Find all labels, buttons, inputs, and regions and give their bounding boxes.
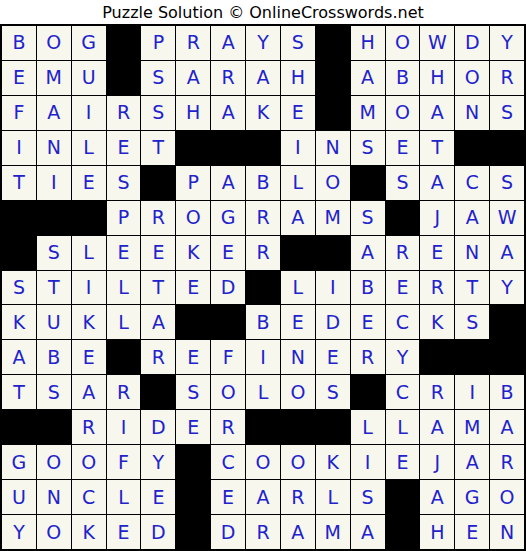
block-cell-r14c12 — [386, 480, 420, 514]
cell-letter: K — [326, 453, 338, 472]
cell-r2c11: A — [351, 61, 385, 95]
block-cell-r12c8 — [246, 410, 280, 444]
block-cell-r15c6 — [176, 515, 210, 549]
cell-letter: G — [221, 208, 236, 227]
cell-letter: P — [153, 33, 164, 52]
block-cell-r4c15 — [490, 131, 524, 165]
cell-r9c11: E — [351, 305, 385, 339]
cell-r5c15: S — [490, 166, 524, 200]
cell-letter: I — [16, 138, 22, 157]
cell-letter: O — [290, 383, 305, 402]
cell-r4c9: I — [281, 131, 315, 165]
cell-letter: S — [48, 243, 60, 262]
cell-letter: C — [221, 453, 234, 472]
cell-letter: R — [117, 103, 130, 122]
cell-letter: Y — [13, 523, 25, 542]
cell-r6c15: W — [490, 201, 524, 235]
cell-letter: S — [117, 173, 129, 192]
block-cell-r14c6 — [176, 480, 210, 514]
cell-letter: O — [325, 173, 340, 192]
cell-letter: R — [256, 523, 269, 542]
cell-r4c3: L — [72, 131, 106, 165]
cell-r8c11: B — [351, 271, 385, 305]
cell-r15c8: R — [246, 515, 280, 549]
cell-letter: E — [396, 138, 408, 157]
block-cell-r15c12 — [386, 515, 420, 549]
cell-r2c8: A — [246, 61, 280, 95]
cell-r15c15: N — [490, 515, 524, 549]
cell-r3c15: S — [490, 96, 524, 130]
cell-r12c11: L — [351, 410, 385, 444]
cell-letter: H — [291, 68, 305, 87]
cell-letter: N — [500, 523, 514, 542]
cell-letter: Y — [257, 33, 269, 52]
cell-letter: B — [501, 383, 514, 402]
cell-letter: Y — [501, 33, 513, 52]
cell-r11c15: B — [490, 375, 524, 409]
cell-letter: E — [187, 348, 199, 367]
cell-r12c12: L — [386, 410, 420, 444]
cell-r1c5: P — [141, 26, 175, 60]
cell-r13c3: O — [72, 445, 106, 479]
cell-r12c3: R — [72, 410, 106, 444]
cell-letter: D — [221, 523, 236, 542]
cell-r14c3: C — [72, 480, 106, 514]
cell-letter: A — [466, 453, 479, 472]
cell-r9c1: K — [2, 305, 36, 339]
cell-r3c5: S — [141, 96, 175, 130]
cell-letter: R — [152, 348, 165, 367]
cell-r2c1: E — [2, 61, 36, 95]
cell-letter: O — [186, 208, 201, 227]
block-cell-r13c6 — [176, 445, 210, 479]
cell-r13c14: A — [455, 445, 489, 479]
cell-letter: E — [396, 453, 408, 472]
cell-letter: A — [222, 33, 235, 52]
cell-r15c11: A — [351, 515, 385, 549]
cell-letter: L — [83, 243, 94, 262]
cell-letter: O — [395, 33, 410, 52]
cell-r6c6: O — [176, 201, 210, 235]
cell-r2c13: H — [420, 61, 454, 95]
cell-letter: R — [256, 243, 269, 262]
cell-r12c13: A — [420, 410, 454, 444]
cell-r10c8: I — [246, 340, 280, 374]
cell-r1c11: H — [351, 26, 385, 60]
cell-letter: E — [292, 313, 304, 332]
cell-letter: A — [361, 523, 374, 542]
cell-r15c9: A — [281, 515, 315, 549]
cell-letter: A — [466, 208, 479, 227]
cell-r5c1: T — [2, 166, 36, 200]
cell-r15c1: Y — [2, 515, 36, 549]
cell-r5c9: L — [281, 166, 315, 200]
cell-letter: E — [118, 138, 130, 157]
cell-r9c13: K — [420, 305, 454, 339]
block-cell-r12c9 — [281, 410, 315, 444]
cell-r3c12: O — [386, 96, 420, 130]
cell-r7c15: A — [490, 236, 524, 270]
cell-letter: T — [432, 138, 444, 157]
cell-letter: S — [466, 313, 478, 332]
cell-letter: W — [498, 208, 517, 227]
cell-letter: U — [82, 68, 96, 87]
cell-letter: C — [466, 173, 479, 192]
cell-r11c14: I — [455, 375, 489, 409]
cell-letter: E — [187, 278, 199, 297]
cell-r11c2: S — [37, 375, 71, 409]
cell-r4c10: N — [316, 131, 350, 165]
block-cell-r9c6 — [176, 305, 210, 339]
cell-letter: H — [360, 33, 374, 52]
cell-letter: E — [13, 68, 25, 87]
cell-letter: K — [13, 313, 25, 332]
cell-r3c6: H — [176, 96, 210, 130]
cell-r7c2: S — [37, 236, 71, 270]
cell-r14c9: R — [281, 480, 315, 514]
cell-letter: T — [13, 383, 25, 402]
cell-r2c9: H — [281, 61, 315, 95]
cell-r4c1: I — [2, 131, 36, 165]
cell-letter: A — [256, 488, 269, 507]
cell-letter: M — [464, 418, 480, 437]
cell-r10c6: E — [176, 340, 210, 374]
cell-r3c11: M — [351, 96, 385, 130]
cell-r8c4: L — [107, 271, 141, 305]
block-cell-r12c2 — [37, 410, 71, 444]
cell-r13c1: G — [2, 445, 36, 479]
cell-r9c14: S — [455, 305, 489, 339]
crossword-grid: BOGPRAYSHOWDYEMUSARAHABHORFAIRSHAKEMOANS… — [0, 24, 526, 551]
cell-r7c11: A — [351, 236, 385, 270]
block-cell-r9c7 — [211, 305, 245, 339]
cell-letter: I — [121, 418, 127, 437]
cell-r14c1: U — [2, 480, 36, 514]
cell-letter: O — [500, 488, 515, 507]
cell-r14c10: L — [316, 480, 350, 514]
cell-r9c10: D — [316, 305, 350, 339]
cell-r8c13: R — [420, 271, 454, 305]
cell-r8c3: I — [72, 271, 106, 305]
cell-r12c7: R — [211, 410, 245, 444]
cell-letter: U — [12, 488, 26, 507]
cell-letter: M — [325, 208, 341, 227]
block-cell-r1c4 — [107, 26, 141, 60]
cell-r7c14: N — [455, 236, 489, 270]
cell-letter: I — [365, 453, 371, 472]
cell-r14c5: E — [141, 480, 175, 514]
cell-letter: E — [152, 243, 164, 262]
cell-r9c12: C — [386, 305, 420, 339]
cell-letter: I — [86, 103, 92, 122]
cell-letter: K — [187, 243, 199, 262]
cell-r15c2: O — [37, 515, 71, 549]
cell-letter: L — [258, 383, 269, 402]
cell-r14c15: O — [490, 480, 524, 514]
cell-r1c7: A — [211, 26, 245, 60]
cell-r6c5: R — [141, 201, 175, 235]
cell-r3c2: A — [37, 96, 71, 130]
cell-letter: L — [118, 278, 129, 297]
cell-r5c2: I — [37, 166, 71, 200]
cell-letter: R — [222, 418, 235, 437]
cell-r13c5: Y — [141, 445, 175, 479]
cell-r1c1: B — [2, 26, 36, 60]
cell-r6c14: A — [455, 201, 489, 235]
cell-letter: C — [396, 313, 409, 332]
cell-r13c8: O — [246, 445, 280, 479]
cell-letter: B — [396, 68, 409, 87]
cell-letter: R — [431, 278, 444, 297]
cell-letter: E — [362, 313, 374, 332]
cell-letter: O — [81, 453, 96, 472]
cell-r12c4: I — [107, 410, 141, 444]
cell-r7c5: E — [141, 236, 175, 270]
cell-letter: O — [256, 453, 271, 472]
cell-letter: T — [466, 278, 478, 297]
cell-r1c6: R — [176, 26, 210, 60]
cell-letter: B — [47, 348, 60, 367]
cell-letter: D — [465, 33, 480, 52]
cell-letter: A — [361, 243, 374, 262]
cell-letter: T — [153, 278, 165, 297]
cell-letter: R — [396, 243, 409, 262]
cell-letter: O — [46, 523, 61, 542]
cell-letter: E — [118, 243, 130, 262]
block-cell-r5c11 — [351, 166, 385, 200]
cell-letter: L — [362, 418, 373, 437]
cell-r1c8: Y — [246, 26, 280, 60]
cell-r2c14: O — [455, 61, 489, 95]
cell-letter: A — [256, 68, 269, 87]
cell-letter: A — [501, 243, 514, 262]
cell-r4c5: T — [141, 131, 175, 165]
cell-r7c6: K — [176, 236, 210, 270]
block-cell-r12c1 — [2, 410, 36, 444]
cell-r11c6: S — [176, 375, 210, 409]
cell-letter: L — [293, 278, 304, 297]
cell-letter: E — [222, 488, 234, 507]
cell-r8c1: S — [2, 271, 36, 305]
cell-r13c7: C — [211, 445, 245, 479]
cell-r14c13: A — [420, 480, 454, 514]
cell-letter: G — [12, 453, 27, 472]
cell-r1c2: O — [37, 26, 71, 60]
cell-letter: M — [46, 68, 62, 87]
cell-r7c3: L — [72, 236, 106, 270]
cell-letter: R — [256, 208, 269, 227]
cell-r11c7: O — [211, 375, 245, 409]
cell-letter: W — [428, 33, 447, 52]
cell-letter: S — [362, 138, 374, 157]
cell-r4c2: N — [37, 131, 71, 165]
cell-letter: M — [325, 523, 341, 542]
cell-letter: I — [469, 383, 475, 402]
block-cell-r9c15 — [490, 305, 524, 339]
cell-letter: R — [222, 68, 235, 87]
cell-letter: S — [396, 173, 408, 192]
cell-r15c7: D — [211, 515, 245, 549]
block-cell-r4c7 — [211, 131, 245, 165]
cell-letter: S — [501, 173, 513, 192]
cell-r8c6: E — [176, 271, 210, 305]
cell-r15c5: D — [141, 515, 175, 549]
cell-letter: O — [221, 383, 236, 402]
cell-r10c12: Y — [386, 340, 420, 374]
cell-letter: D — [325, 313, 340, 332]
cell-r2c5: S — [141, 61, 175, 95]
cell-r2c2: M — [37, 61, 71, 95]
cell-letter: L — [83, 138, 94, 157]
cell-r9c8: B — [246, 305, 280, 339]
cell-r6c8: R — [246, 201, 280, 235]
cell-r13c2: O — [37, 445, 71, 479]
cell-r3c9: E — [281, 96, 315, 130]
cell-letter: K — [82, 313, 94, 332]
cell-r2c3: U — [72, 61, 106, 95]
block-cell-r4c14 — [455, 131, 489, 165]
cell-letter: A — [431, 488, 444, 507]
cell-r15c3: K — [72, 515, 106, 549]
cell-r6c7: G — [211, 201, 245, 235]
cell-letter: E — [118, 523, 130, 542]
cell-r6c11: S — [351, 201, 385, 235]
cell-r10c9: N — [281, 340, 315, 374]
cell-r13c11: I — [351, 445, 385, 479]
block-cell-r5c5 — [141, 166, 175, 200]
cell-r12c14: M — [455, 410, 489, 444]
cell-r11c10: S — [316, 375, 350, 409]
cell-r6c9: A — [281, 201, 315, 235]
block-cell-r2c4 — [107, 61, 141, 95]
cell-r2c6: A — [176, 61, 210, 95]
cell-letter: R — [117, 383, 130, 402]
cell-letter: R — [152, 208, 165, 227]
cell-r3c7: A — [211, 96, 245, 130]
cell-r13c10: K — [316, 445, 350, 479]
cell-letter: J — [435, 453, 441, 472]
cell-r2c12: B — [386, 61, 420, 95]
cell-r5c6: P — [176, 166, 210, 200]
block-cell-r6c12 — [386, 201, 420, 235]
cell-r5c7: A — [211, 166, 245, 200]
cell-letter: R — [82, 418, 95, 437]
block-cell-r7c9 — [281, 236, 315, 270]
cell-r11c8: L — [246, 375, 280, 409]
cell-r12c5: D — [141, 410, 175, 444]
block-cell-r6c2 — [37, 201, 71, 235]
cell-r11c1: T — [2, 375, 36, 409]
cell-letter: B — [256, 173, 269, 192]
cell-letter: A — [47, 103, 60, 122]
block-cell-r7c10 — [316, 236, 350, 270]
cell-letter: E — [431, 243, 443, 262]
cell-letter: N — [465, 103, 479, 122]
cell-r6c4: P — [107, 201, 141, 235]
cell-r10c11: R — [351, 340, 385, 374]
cell-letter: H — [430, 68, 444, 87]
cell-letter: T — [48, 278, 60, 297]
cell-letter: E — [466, 523, 478, 542]
cell-letter: E — [396, 278, 408, 297]
cell-letter: R — [361, 348, 374, 367]
cell-r3c8: K — [246, 96, 280, 130]
cell-r14c8: A — [246, 480, 280, 514]
cell-letter: R — [500, 453, 513, 472]
block-cell-r11c5 — [141, 375, 175, 409]
cell-r13c9: O — [281, 445, 315, 479]
cell-r10c3: E — [72, 340, 106, 374]
cell-letter: J — [435, 208, 441, 227]
cell-r9c2: U — [37, 305, 71, 339]
cell-r4c13: T — [420, 131, 454, 165]
cell-r9c5: A — [141, 305, 175, 339]
cell-r10c7: F — [211, 340, 245, 374]
cell-r4c12: E — [386, 131, 420, 165]
cell-r5c14: C — [455, 166, 489, 200]
cell-r12c15: A — [490, 410, 524, 444]
cell-r10c10: E — [316, 340, 350, 374]
cell-r1c9: S — [281, 26, 315, 60]
cell-r8c10: I — [316, 271, 350, 305]
block-cell-r10c14 — [455, 340, 489, 374]
cell-letter: K — [431, 313, 443, 332]
cell-r4c4: E — [107, 131, 141, 165]
cell-r5c12: S — [386, 166, 420, 200]
cell-r4c11: S — [351, 131, 385, 165]
cell-letter: A — [291, 208, 304, 227]
cell-letter: A — [431, 418, 444, 437]
cell-r1c12: O — [386, 26, 420, 60]
block-cell-r10c4 — [107, 340, 141, 374]
cell-letter: A — [501, 418, 514, 437]
cell-r7c4: E — [107, 236, 141, 270]
cell-letter: R — [187, 33, 200, 52]
cell-r14c7: E — [211, 480, 245, 514]
cell-letter: E — [83, 348, 95, 367]
cell-letter: E — [83, 173, 95, 192]
cell-letter: N — [291, 348, 305, 367]
cell-letter: O — [46, 453, 61, 472]
cell-r1c14: D — [455, 26, 489, 60]
cell-letter: S — [13, 278, 25, 297]
cell-letter: E — [187, 418, 199, 437]
block-cell-r10c15 — [490, 340, 524, 374]
cell-r1c3: G — [72, 26, 106, 60]
cell-r5c3: E — [72, 166, 106, 200]
cell-r3c1: F — [2, 96, 36, 130]
cell-letter: I — [330, 278, 336, 297]
cell-r6c10: M — [316, 201, 350, 235]
block-cell-r12c10 — [316, 410, 350, 444]
cell-letter: O — [395, 103, 410, 122]
cell-letter: I — [295, 138, 301, 157]
cell-r3c4: R — [107, 96, 141, 130]
cell-r13c12: E — [386, 445, 420, 479]
cell-letter: L — [293, 173, 304, 192]
cell-r8c12: E — [386, 271, 420, 305]
cell-letter: A — [152, 313, 165, 332]
cell-letter: B — [361, 278, 374, 297]
cell-letter: L — [327, 488, 338, 507]
cell-letter: K — [82, 523, 94, 542]
block-cell-r1c10 — [316, 26, 350, 60]
cell-letter: O — [290, 453, 305, 472]
cell-letter: G — [81, 33, 96, 52]
cell-letter: G — [465, 488, 480, 507]
cell-letter: L — [118, 488, 129, 507]
cell-r15c10: M — [316, 515, 350, 549]
